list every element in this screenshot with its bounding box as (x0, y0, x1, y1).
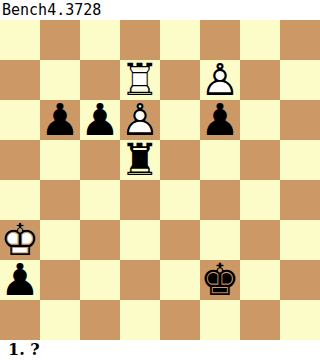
square-h4[interactable] (280, 180, 320, 220)
footer-bar: 1. ? (0, 340, 320, 360)
square-a7[interactable] (0, 60, 40, 100)
square-h5[interactable] (280, 140, 320, 180)
square-g8[interactable] (240, 20, 280, 60)
square-c8[interactable] (80, 20, 120, 60)
square-h1[interactable] (280, 300, 320, 340)
square-h8[interactable] (280, 20, 320, 60)
square-g4[interactable] (240, 180, 280, 220)
white-rook-d7[interactable]: ♜♖ (120, 60, 159, 100)
square-g6[interactable] (240, 100, 280, 140)
square-f4[interactable] (200, 180, 240, 220)
square-a6[interactable] (0, 100, 40, 140)
white-pawn-f7[interactable]: ♟♙ (200, 60, 239, 100)
square-b8[interactable] (40, 20, 80, 60)
square-d1[interactable] (120, 300, 160, 340)
square-a1[interactable] (0, 300, 40, 340)
black-pawn-c6[interactable]: ♟ (80, 100, 119, 140)
square-f6[interactable]: ♟ (200, 100, 240, 140)
square-f3[interactable] (200, 220, 240, 260)
piece-outline: ♙ (200, 60, 239, 100)
square-c5[interactable] (80, 140, 120, 180)
square-e4[interactable] (160, 180, 200, 220)
square-c1[interactable] (80, 300, 120, 340)
white-pawn-d6[interactable]: ♟♙ (120, 100, 159, 140)
move-prompt: 1. ? (8, 341, 40, 359)
square-b3[interactable] (40, 220, 80, 260)
square-g7[interactable] (240, 60, 280, 100)
square-d5[interactable]: ♜ (120, 140, 160, 180)
square-e1[interactable] (160, 300, 200, 340)
square-h3[interactable] (280, 220, 320, 260)
square-f2[interactable]: ♚ (200, 260, 240, 300)
square-c2[interactable] (80, 260, 120, 300)
square-d3[interactable] (120, 220, 160, 260)
square-e2[interactable] (160, 260, 200, 300)
square-e5[interactable] (160, 140, 200, 180)
square-g1[interactable] (240, 300, 280, 340)
square-a4[interactable] (0, 180, 40, 220)
header-bar: Bench4.3728 (0, 0, 320, 20)
square-f8[interactable] (200, 20, 240, 60)
square-h2[interactable] (280, 260, 320, 300)
square-b1[interactable] (40, 300, 80, 340)
black-rook-d5[interactable]: ♜ (120, 140, 159, 180)
square-b7[interactable] (40, 60, 80, 100)
square-c3[interactable] (80, 220, 120, 260)
square-e3[interactable] (160, 220, 200, 260)
piece-outline: ♔ (0, 220, 39, 260)
page-title: Bench4.3728 (2, 1, 101, 19)
square-b4[interactable] (40, 180, 80, 220)
square-b6[interactable]: ♟ (40, 100, 80, 140)
square-d4[interactable] (120, 180, 160, 220)
piece-outline: ♙ (120, 100, 159, 140)
square-g5[interactable] (240, 140, 280, 180)
black-king-f2[interactable]: ♚ (200, 260, 239, 300)
square-a5[interactable] (0, 140, 40, 180)
square-d7[interactable]: ♜♖ (120, 60, 160, 100)
square-f5[interactable] (200, 140, 240, 180)
black-pawn-f6[interactable]: ♟ (200, 100, 239, 140)
square-f7[interactable]: ♟♙ (200, 60, 240, 100)
chess-app-window: Bench4.3728 ♜♖♟♙♟♟♟♙♟♜♚♔♟♚ 1. ? (0, 0, 320, 360)
square-b5[interactable] (40, 140, 80, 180)
black-pawn-b6[interactable]: ♟ (40, 100, 79, 140)
square-a8[interactable] (0, 20, 40, 60)
square-f1[interactable] (200, 300, 240, 340)
square-g2[interactable] (240, 260, 280, 300)
square-b2[interactable] (40, 260, 80, 300)
black-pawn-a2[interactable]: ♟ (0, 260, 39, 300)
square-d8[interactable] (120, 20, 160, 60)
piece-outline: ♖ (120, 60, 159, 100)
white-king-a3[interactable]: ♚♔ (0, 220, 39, 260)
square-a2[interactable]: ♟ (0, 260, 40, 300)
square-e8[interactable] (160, 20, 200, 60)
square-c6[interactable]: ♟ (80, 100, 120, 140)
square-h7[interactable] (280, 60, 320, 100)
square-h6[interactable] (280, 100, 320, 140)
square-d2[interactable] (120, 260, 160, 300)
square-e7[interactable] (160, 60, 200, 100)
square-c4[interactable] (80, 180, 120, 220)
chess-board: ♜♖♟♙♟♟♟♙♟♜♚♔♟♚ (0, 20, 320, 340)
square-c7[interactable] (80, 60, 120, 100)
square-e6[interactable] (160, 100, 200, 140)
square-a3[interactable]: ♚♔ (0, 220, 40, 260)
square-g3[interactable] (240, 220, 280, 260)
square-d6[interactable]: ♟♙ (120, 100, 160, 140)
